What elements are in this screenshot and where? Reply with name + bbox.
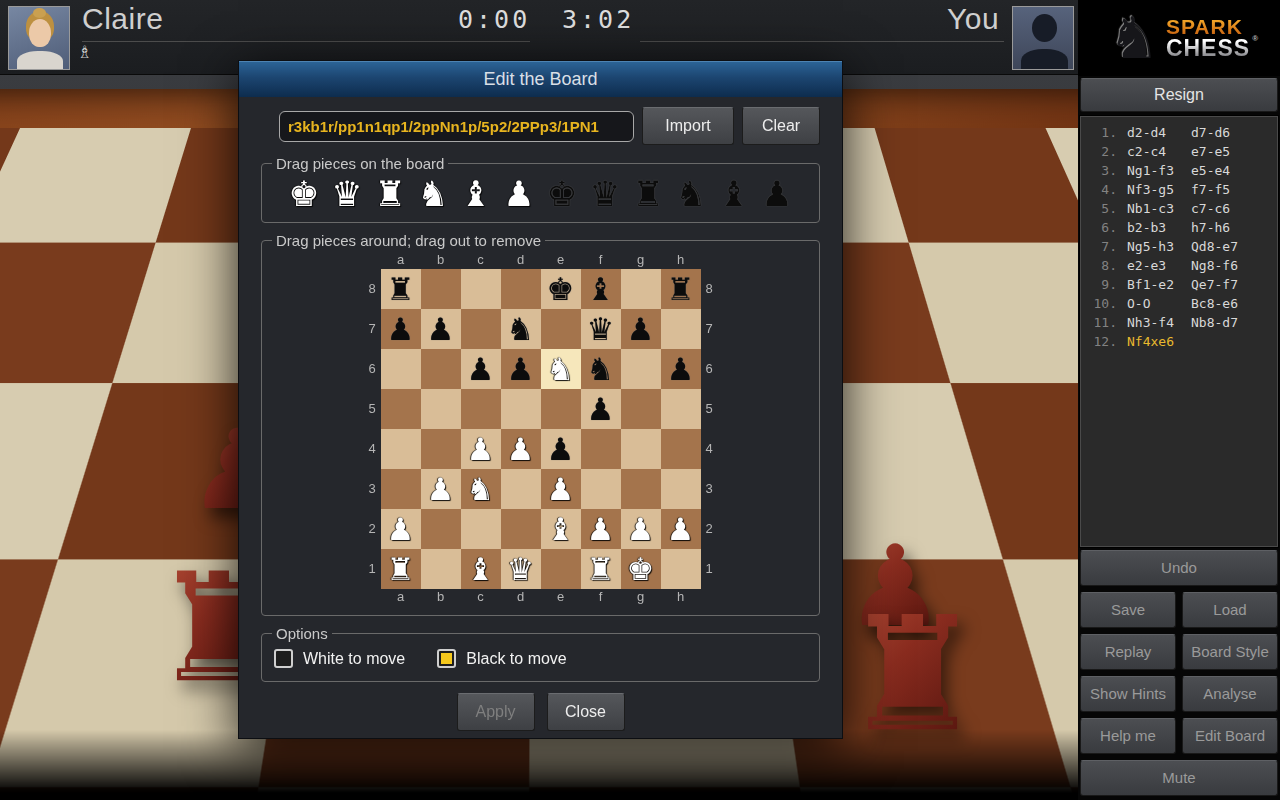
move-text: Ng5-h3 bbox=[1117, 237, 1191, 256]
rank-labels-left: 87654321 bbox=[364, 269, 381, 589]
square-f4[interactable] bbox=[581, 429, 621, 469]
move-text: e5-e4 bbox=[1191, 161, 1230, 180]
logo-spark-text: SPARK bbox=[1166, 16, 1250, 37]
square-a6[interactable] bbox=[381, 349, 421, 389]
board-style-button[interactable]: Board Style bbox=[1182, 634, 1278, 670]
move-text: d7-d6 bbox=[1191, 123, 1230, 142]
square-h8[interactable]: ♜ bbox=[661, 269, 701, 309]
black-rook-h8[interactable]: ♜ bbox=[661, 269, 701, 309]
help-me-button[interactable]: Help me bbox=[1080, 718, 1176, 754]
square-d4[interactable]: ♟ bbox=[501, 429, 541, 469]
import-button[interactable]: Import bbox=[642, 107, 734, 145]
replay-button[interactable]: Replay bbox=[1080, 634, 1176, 670]
palette-white-knight[interactable]: ♞ bbox=[415, 174, 451, 214]
move-row[interactable]: 5.Nb1-c3c7-c6 bbox=[1085, 199, 1273, 218]
white-to-move-checkbox[interactable] bbox=[274, 649, 293, 668]
divider bbox=[640, 41, 1004, 42]
square-g8[interactable] bbox=[621, 269, 661, 309]
rank-label-4: 4 bbox=[364, 429, 381, 469]
black-to-move-label: Black to move bbox=[466, 650, 566, 668]
palette-white-pawn[interactable]: ♟ bbox=[501, 174, 537, 214]
avatar-silhouette-torso bbox=[1021, 49, 1068, 70]
board-area: abcdefgh 87654321 ♜♚♝♜♟♟♞♛♟♟♟♞♞♟♟♟♟♟♟♞♟♟… bbox=[270, 250, 811, 610]
move-text: Nh3-f4 bbox=[1117, 313, 1191, 332]
move-text: c2-c4 bbox=[1117, 142, 1191, 161]
move-row[interactable]: 4.Nf3-g5f7-f5 bbox=[1085, 180, 1273, 199]
opponent-name: Claire bbox=[82, 2, 163, 36]
square-a1[interactable]: ♜ bbox=[381, 549, 421, 589]
square-b1[interactable] bbox=[421, 549, 461, 589]
rank-label-8: 8 bbox=[701, 269, 718, 309]
square-b4[interactable] bbox=[421, 429, 461, 469]
file-label-a: a bbox=[381, 252, 421, 269]
palette-black-knight[interactable]: ♞ bbox=[673, 174, 709, 214]
black-pawn-b7[interactable]: ♟ bbox=[421, 309, 461, 349]
white-pawn-b3[interactable]: ♟ bbox=[421, 469, 461, 509]
file-label-f: f bbox=[581, 252, 621, 269]
resign-button[interactable]: Resign bbox=[1080, 78, 1278, 112]
move-text: O-O bbox=[1117, 294, 1191, 313]
white-pawn-d4[interactable]: ♟ bbox=[501, 429, 541, 469]
player-avatar[interactable] bbox=[1012, 6, 1074, 70]
square-g6[interactable] bbox=[621, 349, 661, 389]
square-d6[interactable]: ♟ bbox=[501, 349, 541, 389]
square-b2[interactable] bbox=[421, 509, 461, 549]
black-king-e8[interactable]: ♚ bbox=[541, 269, 581, 309]
square-b5[interactable] bbox=[421, 389, 461, 429]
move-text: 2. bbox=[1085, 142, 1117, 161]
square-a7[interactable]: ♟ bbox=[381, 309, 421, 349]
move-text: Nb1-c3 bbox=[1117, 199, 1191, 218]
move-list[interactable]: 1.d2-d4d7-d62.c2-c4e7-e53.Ng1-f3e5-e44.N… bbox=[1080, 116, 1278, 547]
square-d7[interactable]: ♞ bbox=[501, 309, 541, 349]
file-label-g: g bbox=[621, 589, 661, 606]
square-e8[interactable]: ♚ bbox=[541, 269, 581, 309]
rank-label-2: 2 bbox=[701, 509, 718, 549]
rank-label-5: 5 bbox=[364, 389, 381, 429]
square-f3[interactable] bbox=[581, 469, 621, 509]
move-text: 7. bbox=[1085, 237, 1117, 256]
square-e3[interactable]: ♟ bbox=[541, 469, 581, 509]
sidebar-buttons: Undo Save Load Replay Board Style Show H… bbox=[1078, 547, 1280, 800]
square-d8[interactable] bbox=[501, 269, 541, 309]
options-legend: Options bbox=[272, 625, 332, 642]
rank-label-8: 8 bbox=[364, 269, 381, 309]
square-b8[interactable] bbox=[421, 269, 461, 309]
avatar-face bbox=[29, 19, 51, 47]
move-text: Nf4xe6 bbox=[1117, 332, 1191, 351]
rank-label-6: 6 bbox=[701, 349, 718, 389]
divider bbox=[82, 41, 530, 42]
white-to-move-option[interactable]: White to move bbox=[274, 649, 405, 668]
square-e7[interactable] bbox=[541, 309, 581, 349]
rank-label-3: 3 bbox=[701, 469, 718, 509]
white-to-move-label: White to move bbox=[303, 650, 405, 668]
rank-label-7: 7 bbox=[364, 309, 381, 349]
file-label-h: h bbox=[661, 252, 701, 269]
white-knight-e6[interactable]: ♞ bbox=[541, 349, 581, 389]
move-row[interactable]: 9.Bf1-e2Qe7-f7 bbox=[1085, 275, 1273, 294]
square-e1[interactable] bbox=[541, 549, 581, 589]
white-pawn-f2[interactable]: ♟ bbox=[581, 509, 621, 549]
logo-chess-text: CHESS® bbox=[1166, 37, 1250, 60]
rank-labels-right: 87654321 bbox=[701, 269, 718, 589]
square-a2[interactable]: ♟ bbox=[381, 509, 421, 549]
move-text: 11. bbox=[1085, 313, 1117, 332]
move-text: 5. bbox=[1085, 199, 1117, 218]
square-h7[interactable] bbox=[661, 309, 701, 349]
square-c1[interactable]: ♝ bbox=[461, 549, 501, 589]
square-g2[interactable]: ♟ bbox=[621, 509, 661, 549]
clear-button[interactable]: Clear bbox=[742, 107, 820, 145]
palette-legend: Drag pieces on the board bbox=[272, 155, 448, 172]
square-a4[interactable] bbox=[381, 429, 421, 469]
square-e2[interactable]: ♝ bbox=[541, 509, 581, 549]
square-d5[interactable] bbox=[501, 389, 541, 429]
move-row[interactable]: 10.O-OBc8-e6 bbox=[1085, 294, 1273, 313]
black-pawn-a7[interactable]: ♟ bbox=[381, 309, 421, 349]
move-text: 9. bbox=[1085, 275, 1117, 294]
square-h1[interactable] bbox=[661, 549, 701, 589]
black-pawn-c6[interactable]: ♟ bbox=[461, 349, 501, 389]
file-label-a: a bbox=[381, 589, 421, 606]
move-text: c7-c6 bbox=[1191, 199, 1230, 218]
knight-logo-icon: ♞ bbox=[1108, 9, 1160, 67]
move-text: Qe7-f7 bbox=[1191, 275, 1238, 294]
move-text: d2-d4 bbox=[1117, 123, 1191, 142]
file-label-b: b bbox=[421, 589, 461, 606]
square-c5[interactable] bbox=[461, 389, 501, 429]
move-text: 10. bbox=[1085, 294, 1117, 313]
rank-label-4: 4 bbox=[701, 429, 718, 469]
file-label-c: c bbox=[461, 589, 501, 606]
close-button[interactable]: Close bbox=[547, 693, 625, 731]
palette-white-rook[interactable]: ♜ bbox=[372, 174, 408, 214]
square-h4[interactable] bbox=[661, 429, 701, 469]
board-fieldset: Drag pieces around; drag out to remove a… bbox=[261, 232, 820, 616]
square-h2[interactable]: ♟ bbox=[661, 509, 701, 549]
palette-black-pawn[interactable]: ♟ bbox=[759, 174, 795, 214]
app-window: ♟ ♜ ♟ ♜ Claire ♗ 0:00 3:02 You ♞ SPARK bbox=[0, 0, 1280, 800]
move-text: 12. bbox=[1085, 332, 1117, 351]
move-text: Bf1-e2 bbox=[1117, 275, 1191, 294]
file-label-g: g bbox=[621, 252, 661, 269]
rank-label-2: 2 bbox=[364, 509, 381, 549]
black-bishop-f8[interactable]: ♝ bbox=[581, 269, 621, 309]
white-bishop-c1[interactable]: ♝ bbox=[461, 549, 501, 589]
square-h6[interactable]: ♟ bbox=[661, 349, 701, 389]
registered-mark: ® bbox=[1252, 35, 1259, 43]
black-knight-d7[interactable]: ♞ bbox=[501, 309, 541, 349]
move-row[interactable]: 1.d2-d4d7-d6 bbox=[1085, 123, 1273, 142]
move-text: e2-e3 bbox=[1117, 256, 1191, 275]
square-f6[interactable]: ♞ bbox=[581, 349, 621, 389]
palette-black-rook[interactable]: ♜ bbox=[630, 174, 666, 214]
rank-label-5: 5 bbox=[701, 389, 718, 429]
sparkchess-logo: ♞ SPARK CHESS® bbox=[1078, 0, 1280, 76]
opponent-avatar[interactable] bbox=[8, 6, 70, 70]
file-label-f: f bbox=[581, 589, 621, 606]
move-text: Nf3-g5 bbox=[1117, 180, 1191, 199]
square-a3[interactable] bbox=[381, 469, 421, 509]
player-name: You bbox=[947, 2, 999, 36]
square-h5[interactable] bbox=[661, 389, 701, 429]
black-pawn-f5[interactable]: ♟ bbox=[581, 389, 621, 429]
white-pawn-c4[interactable]: ♟ bbox=[461, 429, 501, 469]
dialog-title: Edit the Board bbox=[239, 61, 842, 97]
file-label-d: d bbox=[501, 252, 541, 269]
apply-button[interactable]: Apply bbox=[457, 693, 535, 731]
move-row[interactable]: 11.Nh3-f4Nb8-d7 bbox=[1085, 313, 1273, 332]
square-g3[interactable] bbox=[621, 469, 661, 509]
sidebar: ♞ SPARK CHESS® Resign 1.d2-d4d7-d62.c2-c… bbox=[1078, 0, 1280, 800]
square-g4[interactable] bbox=[621, 429, 661, 469]
undo-button[interactable]: Undo bbox=[1080, 550, 1278, 586]
move-text: Nb8-d7 bbox=[1191, 313, 1238, 332]
square-c2[interactable] bbox=[461, 509, 501, 549]
palette-black-bishop[interactable]: ♝ bbox=[716, 174, 752, 214]
rank-label-1: 1 bbox=[701, 549, 718, 589]
square-a5[interactable] bbox=[381, 389, 421, 429]
square-g5[interactable] bbox=[621, 389, 661, 429]
edit-board-button[interactable]: Edit Board bbox=[1182, 718, 1278, 754]
square-f7[interactable]: ♛ bbox=[581, 309, 621, 349]
white-pawn-e3[interactable]: ♟ bbox=[541, 469, 581, 509]
square-e4[interactable]: ♟ bbox=[541, 429, 581, 469]
move-row[interactable]: 2.c2-c4e7-e5 bbox=[1085, 142, 1273, 161]
avatar-hair-bun bbox=[33, 8, 46, 18]
avatar-shirt bbox=[17, 51, 63, 70]
square-e5[interactable] bbox=[541, 389, 581, 429]
piece-palette: ♚♛♜♞♝♟♚♛♜♞♝♟ bbox=[270, 173, 811, 217]
file-labels-top: abcdefgh bbox=[381, 252, 701, 269]
opponent-clock: 0:00 bbox=[458, 5, 530, 34]
square-a8[interactable]: ♜ bbox=[381, 269, 421, 309]
square-b3[interactable]: ♟ bbox=[421, 469, 461, 509]
palette-white-bishop[interactable]: ♝ bbox=[458, 174, 494, 214]
square-c6[interactable]: ♟ bbox=[461, 349, 501, 389]
move-text: 6. bbox=[1085, 218, 1117, 237]
black-to-move-option[interactable]: Black to move bbox=[437, 649, 566, 668]
white-bishop-e2[interactable]: ♝ bbox=[541, 509, 581, 549]
black-knight-f6[interactable]: ♞ bbox=[581, 349, 621, 389]
logo-wordmark: SPARK CHESS® bbox=[1166, 16, 1250, 60]
move-row[interactable]: 3.Ng1-f3e5-e4 bbox=[1085, 161, 1273, 180]
move-row[interactable]: 7.Ng5-h3Qd8-e7 bbox=[1085, 237, 1273, 256]
black-queen-f7[interactable]: ♛ bbox=[581, 309, 621, 349]
palette-black-queen[interactable]: ♛ bbox=[587, 174, 623, 214]
palette-white-king[interactable]: ♚ bbox=[286, 174, 322, 214]
white-queen-d1[interactable]: ♛ bbox=[501, 549, 541, 589]
square-g1[interactable]: ♚ bbox=[621, 549, 661, 589]
square-f2[interactable]: ♟ bbox=[581, 509, 621, 549]
move-text: b2-b3 bbox=[1117, 218, 1191, 237]
edit-board-dialog: Edit the Board r3kb1r/pp1n1qp1/2ppNn1p/5… bbox=[238, 60, 843, 739]
file-label-d: d bbox=[501, 589, 541, 606]
move-row[interactable]: 8.e2-e3Ng8-f6 bbox=[1085, 256, 1273, 275]
black-rook-a8[interactable]: ♜ bbox=[381, 269, 421, 309]
move-text: Ng1-f3 bbox=[1117, 161, 1191, 180]
file-label-c: c bbox=[461, 252, 501, 269]
white-knight-c3[interactable]: ♞ bbox=[461, 469, 501, 509]
white-rook-f1[interactable]: ♜ bbox=[581, 549, 621, 589]
captured-bishop-icon: ♗ bbox=[77, 42, 92, 62]
analyse-button[interactable]: Analyse bbox=[1182, 676, 1278, 712]
palette-white-queen[interactable]: ♛ bbox=[329, 174, 365, 214]
save-button[interactable]: Save bbox=[1080, 592, 1176, 628]
move-row[interactable]: 12.Nf4xe6 bbox=[1085, 332, 1273, 351]
white-pawn-a2[interactable]: ♟ bbox=[381, 509, 421, 549]
file-label-h: h bbox=[661, 589, 701, 606]
square-c8[interactable] bbox=[461, 269, 501, 309]
rank-label-1: 1 bbox=[364, 549, 381, 589]
move-text: h7-h6 bbox=[1191, 218, 1230, 237]
floor-shadow bbox=[0, 730, 1078, 800]
load-button[interactable]: Load bbox=[1182, 592, 1278, 628]
move-text: f7-f5 bbox=[1191, 180, 1230, 199]
black-pawn-d6[interactable]: ♟ bbox=[501, 349, 541, 389]
rank-label-6: 6 bbox=[364, 349, 381, 389]
square-b6[interactable] bbox=[421, 349, 461, 389]
player-clock: 3:02 bbox=[562, 5, 634, 34]
edit-board-grid[interactable]: ♜♚♝♜♟♟♞♛♟♟♟♞♞♟♟♟♟♟♟♞♟♟♝♟♟♟♜♝♛♜♚ bbox=[381, 269, 701, 589]
square-d1[interactable]: ♛ bbox=[501, 549, 541, 589]
move-text: Qd8-e7 bbox=[1191, 237, 1238, 256]
palette-fieldset: Drag pieces on the board ♚♛♜♞♝♟♚♛♜♞♝♟ bbox=[261, 155, 820, 223]
move-text: 1. bbox=[1085, 123, 1117, 142]
file-label-b: b bbox=[421, 252, 461, 269]
move-text: Bc8-e6 bbox=[1191, 294, 1238, 313]
square-h3[interactable] bbox=[661, 469, 701, 509]
move-text: e7-e5 bbox=[1191, 142, 1230, 161]
board-legend: Drag pieces around; drag out to remove bbox=[272, 232, 545, 249]
mute-button[interactable]: Mute bbox=[1080, 760, 1278, 796]
white-rook-a1[interactable]: ♜ bbox=[381, 549, 421, 589]
fen-input[interactable]: r3kb1r/pp1n1qp1/2ppNn1p/5p2/2PPp3/1PN1 bbox=[279, 111, 634, 142]
file-labels-bottom: abcdefgh bbox=[381, 589, 701, 606]
rank-label-7: 7 bbox=[701, 309, 718, 349]
file-label-e: e bbox=[541, 589, 581, 606]
square-c7[interactable] bbox=[461, 309, 501, 349]
square-f5[interactable]: ♟ bbox=[581, 389, 621, 429]
move-text: 8. bbox=[1085, 256, 1117, 275]
move-row[interactable]: 6.b2-b3h7-h6 bbox=[1085, 218, 1273, 237]
avatar-silhouette-head bbox=[1032, 14, 1057, 42]
move-text: Ng8-f6 bbox=[1191, 256, 1238, 275]
move-text: 4. bbox=[1085, 180, 1117, 199]
white-king-g1[interactable]: ♚ bbox=[621, 549, 661, 589]
square-c3[interactable]: ♞ bbox=[461, 469, 501, 509]
black-pawn-e4[interactable]: ♟ bbox=[541, 429, 581, 469]
square-d3[interactable] bbox=[501, 469, 541, 509]
white-pawn-h2[interactable]: ♟ bbox=[661, 509, 701, 549]
square-d2[interactable] bbox=[501, 509, 541, 549]
white-pawn-g2[interactable]: ♟ bbox=[621, 509, 661, 549]
black-to-move-checkbox[interactable] bbox=[437, 649, 456, 668]
show-hints-button[interactable]: Show Hints bbox=[1080, 676, 1176, 712]
file-label-e: e bbox=[541, 252, 581, 269]
square-c4[interactable]: ♟ bbox=[461, 429, 501, 469]
move-text: 3. bbox=[1085, 161, 1117, 180]
square-f8[interactable]: ♝ bbox=[581, 269, 621, 309]
square-b7[interactable]: ♟ bbox=[421, 309, 461, 349]
square-f1[interactable]: ♜ bbox=[581, 549, 621, 589]
square-e6[interactable]: ♞ bbox=[541, 349, 581, 389]
rank-label-3: 3 bbox=[364, 469, 381, 509]
square-g7[interactable]: ♟ bbox=[621, 309, 661, 349]
black-pawn-h6[interactable]: ♟ bbox=[661, 349, 701, 389]
black-pawn-g7[interactable]: ♟ bbox=[621, 309, 661, 349]
options-fieldset: Options White to move Black to move bbox=[261, 625, 820, 682]
palette-black-king[interactable]: ♚ bbox=[544, 174, 580, 214]
